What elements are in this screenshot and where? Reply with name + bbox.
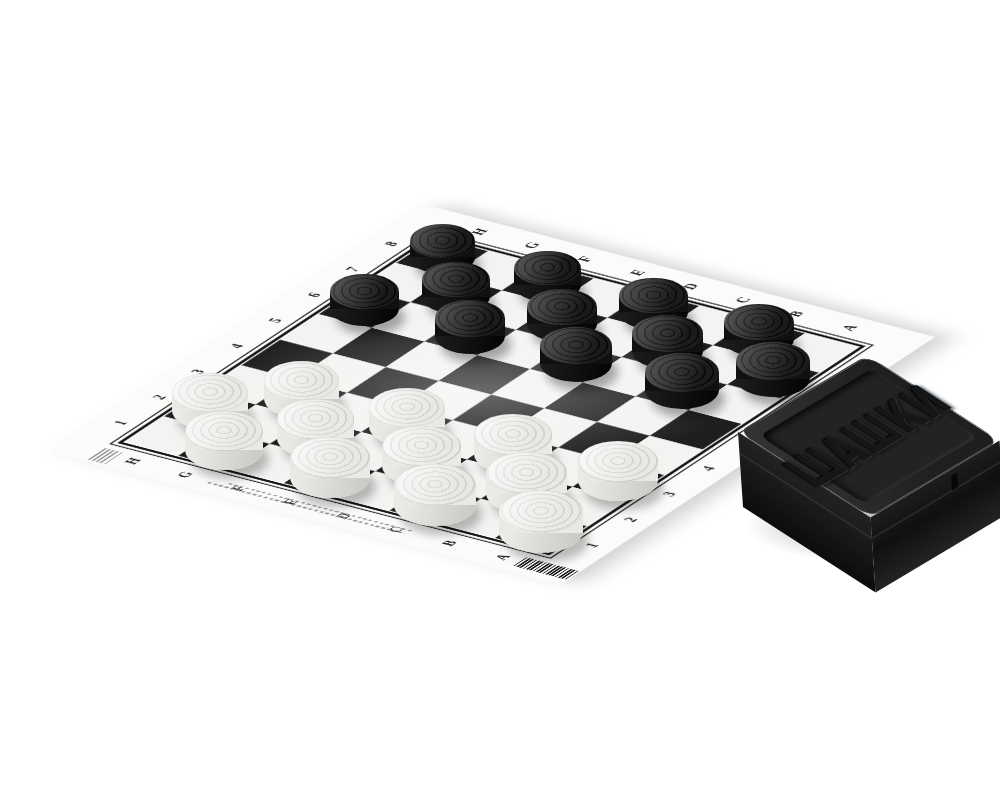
black-checker-b6 (645, 353, 719, 409)
black-checker-h6 (330, 274, 398, 326)
white-checker-a1 (499, 490, 583, 553)
white-checker-g1 (185, 411, 263, 470)
checker-top-face (185, 411, 263, 451)
checker-top-face (499, 490, 583, 533)
checker-top-face (527, 289, 597, 325)
checker-top-face (619, 278, 688, 313)
white-checker-a3 (578, 441, 658, 502)
checker-top-face (474, 414, 552, 454)
checker-top-face (632, 315, 703, 352)
checker-top-face (264, 361, 339, 399)
checker-top-face (277, 399, 354, 439)
checker-top-face (578, 441, 658, 482)
checker-top-face (290, 437, 370, 478)
checker-top-face (435, 300, 505, 336)
checker-top-face (369, 388, 445, 427)
white-checker-c1 (394, 464, 476, 526)
checker-top-face (486, 452, 567, 494)
black-checker-a7 (736, 342, 809, 397)
checker-top-face (382, 426, 461, 467)
checker-top-face (540, 327, 612, 364)
barcode (513, 557, 579, 579)
checker-top-face (736, 342, 809, 380)
checker-top-face (330, 274, 398, 309)
checker-top-face (172, 373, 247, 412)
product-photo-scene: HHGGFFEEDDCCBBAA1122334455667788 ШАШКИ (0, 0, 1000, 800)
checker-top-face (410, 224, 475, 257)
white-checker-e1 (290, 437, 370, 497)
checker-top-face (394, 464, 476, 506)
black-checker-f6 (435, 300, 505, 353)
black-checker-d6 (540, 327, 612, 382)
checker-top-face (645, 353, 719, 391)
